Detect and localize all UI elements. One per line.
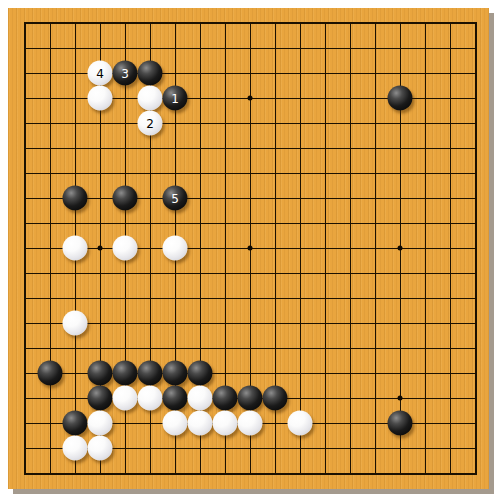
black-stone[interactable] <box>88 361 113 386</box>
white-stone[interactable]: 4 <box>88 61 113 86</box>
star-point <box>98 246 103 251</box>
white-stone[interactable] <box>88 436 113 461</box>
board-grid[interactable]: 43125 <box>25 23 476 474</box>
black-stone[interactable] <box>163 386 188 411</box>
white-stone[interactable] <box>163 411 188 436</box>
white-stone[interactable] <box>63 311 88 336</box>
black-stone[interactable] <box>63 186 88 211</box>
black-stone[interactable]: 3 <box>113 61 138 86</box>
white-stone[interactable] <box>63 436 88 461</box>
black-stone[interactable] <box>138 61 163 86</box>
go-board: 43125 <box>8 8 489 489</box>
move-number-label: 4 <box>96 67 104 79</box>
white-stone[interactable] <box>113 236 138 261</box>
white-stone[interactable] <box>213 411 238 436</box>
star-point <box>248 246 253 251</box>
white-stone[interactable]: 2 <box>138 111 163 136</box>
black-stone[interactable] <box>188 361 213 386</box>
move-number-label: 5 <box>171 192 179 204</box>
white-stone[interactable] <box>188 386 213 411</box>
star-point <box>398 396 403 401</box>
white-stone[interactable] <box>188 411 213 436</box>
black-stone[interactable] <box>113 361 138 386</box>
black-stone[interactable] <box>88 386 113 411</box>
white-stone[interactable] <box>63 236 88 261</box>
black-stone[interactable] <box>138 361 163 386</box>
black-stone[interactable] <box>238 386 263 411</box>
white-stone[interactable] <box>163 236 188 261</box>
white-stone[interactable] <box>113 386 138 411</box>
black-stone[interactable] <box>163 361 188 386</box>
white-stone[interactable] <box>88 86 113 111</box>
white-stone[interactable] <box>138 86 163 111</box>
white-stone[interactable] <box>288 411 313 436</box>
white-stone[interactable] <box>138 386 163 411</box>
star-point <box>248 96 253 101</box>
move-number-label: 1 <box>171 92 179 104</box>
black-stone[interactable] <box>388 86 413 111</box>
black-stone[interactable] <box>63 411 88 436</box>
move-number-label: 2 <box>146 117 154 129</box>
black-stone[interactable]: 5 <box>163 186 188 211</box>
black-stone[interactable] <box>263 386 288 411</box>
black-stone[interactable] <box>388 411 413 436</box>
white-stone[interactable] <box>88 411 113 436</box>
star-point <box>398 246 403 251</box>
black-stone[interactable] <box>38 361 63 386</box>
black-stone[interactable]: 1 <box>163 86 188 111</box>
black-stone[interactable] <box>213 386 238 411</box>
move-number-label: 3 <box>121 67 129 79</box>
white-stone[interactable] <box>238 411 263 436</box>
black-stone[interactable] <box>113 186 138 211</box>
